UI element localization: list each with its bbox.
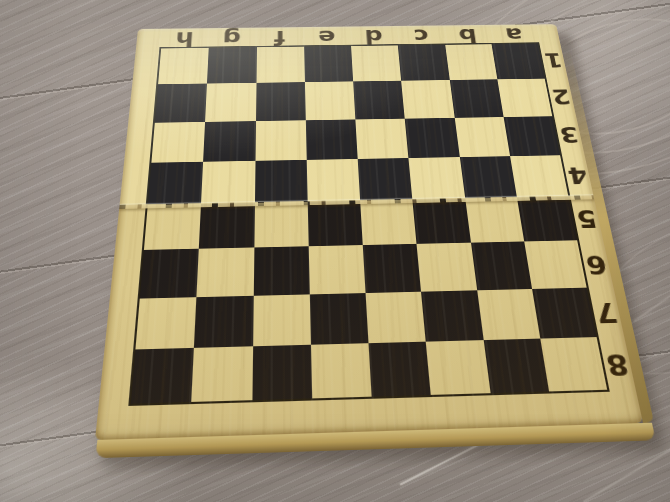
file-label-e: e: [318, 27, 336, 46]
rank-label-7: 7: [593, 298, 620, 326]
square-e3: [306, 119, 358, 160]
square-g1: [207, 47, 256, 83]
square-d8: [368, 341, 431, 396]
square-c3: [405, 117, 459, 157]
square-c4: [409, 157, 465, 200]
square-c8: [426, 340, 490, 395]
square-g8: [191, 346, 252, 402]
square-d4: [358, 158, 413, 201]
square-f5: [254, 202, 309, 248]
square-c7: [421, 290, 483, 342]
square-f3: [255, 120, 306, 161]
square-g2: [205, 83, 256, 122]
square-b7: [477, 289, 540, 340]
square-e2: [305, 82, 356, 120]
square-h3: [151, 122, 205, 163]
file-label-f: f: [274, 28, 285, 47]
square-b2: [449, 79, 503, 117]
square-b6: [471, 242, 532, 290]
square-e6: [308, 245, 365, 294]
square-f8: [252, 344, 312, 400]
square-d5: [360, 200, 417, 246]
square-d2: [353, 81, 405, 119]
file-label-c: c: [412, 26, 429, 45]
file-label-a: a: [504, 25, 524, 44]
square-c6: [417, 243, 477, 291]
square-a5: [517, 197, 578, 242]
board-surface: hgfedcba 12345678: [95, 24, 643, 440]
square-g7: [194, 295, 253, 347]
square-b3: [454, 117, 510, 157]
square-c2: [401, 80, 454, 118]
square-c5: [413, 199, 471, 244]
square-g4: [201, 161, 255, 204]
rank-label-6: 6: [583, 251, 609, 277]
square-a2: [497, 79, 552, 117]
square-b8: [483, 338, 549, 393]
rank-label-5: 5: [574, 206, 599, 231]
square-h8: [131, 348, 194, 404]
square-h6: [140, 249, 199, 298]
file-label-b: b: [457, 25, 478, 44]
square-d1: [351, 45, 401, 81]
file-label-h: h: [174, 29, 194, 48]
chess-board: hgfedcba 12345678: [93, 24, 658, 458]
square-f7: [253, 294, 311, 346]
square-a3: [503, 116, 560, 156]
square-f1: [256, 47, 305, 83]
square-a6: [524, 240, 587, 288]
square-e8: [311, 343, 372, 398]
square-g6: [197, 248, 254, 297]
square-c1: [398, 45, 449, 81]
square-e5: [307, 201, 362, 247]
file-label-d: d: [364, 26, 384, 45]
square-g5: [199, 203, 254, 249]
square-a8: [540, 337, 607, 392]
file-label-g: g: [222, 28, 241, 47]
square-b5: [465, 198, 524, 243]
square-d6: [363, 244, 421, 293]
square-h5: [144, 204, 201, 250]
square-b4: [459, 156, 516, 199]
square-g3: [203, 121, 255, 162]
photo-scene: hgfedcba 12345678: [0, 0, 670, 502]
rank-label-8: 8: [603, 349, 631, 379]
square-b1: [445, 44, 497, 80]
board-grid: [128, 42, 609, 406]
rank-label-4: 4: [566, 163, 590, 186]
square-f6: [253, 246, 309, 295]
square-a4: [510, 155, 569, 198]
square-a1: [491, 44, 544, 80]
square-e1: [304, 46, 353, 82]
rank-label-1: 1: [542, 50, 564, 70]
square-d7: [366, 291, 426, 343]
square-f4: [254, 160, 307, 203]
rank-label-2: 2: [550, 86, 573, 107]
square-d3: [355, 118, 408, 158]
square-h7: [135, 297, 196, 349]
square-e7: [310, 293, 369, 345]
square-h1: [158, 48, 209, 85]
square-h4: [148, 162, 204, 205]
square-a7: [532, 287, 597, 338]
rank-label-3: 3: [557, 123, 580, 145]
square-f2: [256, 82, 306, 120]
square-h2: [155, 84, 207, 123]
square-e4: [306, 159, 360, 202]
